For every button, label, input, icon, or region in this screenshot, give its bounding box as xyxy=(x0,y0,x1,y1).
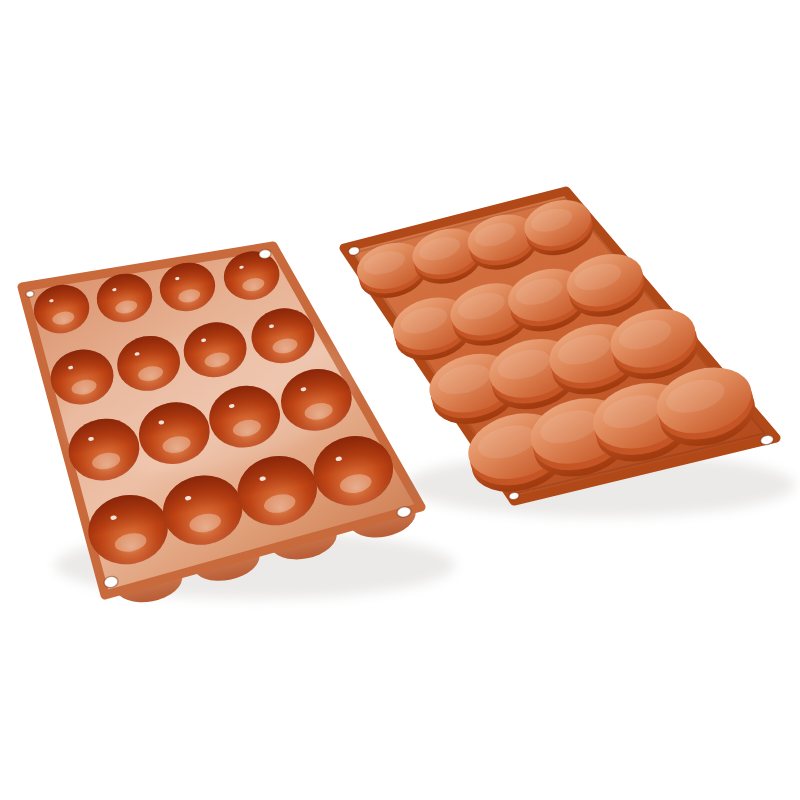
product-photo-canvas xyxy=(0,0,800,800)
mold-face-down xyxy=(344,191,795,517)
hanging-hole xyxy=(26,290,35,297)
silicone-molds-photo xyxy=(0,0,800,800)
